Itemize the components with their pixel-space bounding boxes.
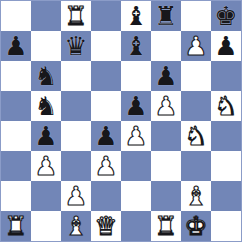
square-e3[interactable] xyxy=(121,151,151,181)
black-pawn[interactable]: ♟ xyxy=(214,33,237,59)
square-g2[interactable]: ♝ xyxy=(181,181,211,211)
white-pawn[interactable]: ♟ xyxy=(64,183,87,209)
square-f2[interactable] xyxy=(151,181,181,211)
white-bishop[interactable]: ♝ xyxy=(184,183,207,209)
white-rook[interactable]: ♜ xyxy=(154,213,177,239)
square-c2[interactable]: ♟ xyxy=(61,181,91,211)
white-bishop[interactable]: ♝ xyxy=(64,213,87,239)
black-pawn[interactable]: ♟ xyxy=(4,33,27,59)
square-e4[interactable]: ♟ xyxy=(121,121,151,151)
black-bishop[interactable]: ♝ xyxy=(124,3,147,29)
square-h1[interactable] xyxy=(211,211,241,241)
square-b6[interactable]: ♞ xyxy=(31,61,61,91)
square-g8[interactable] xyxy=(181,1,211,31)
black-pawn[interactable]: ♟ xyxy=(124,93,147,119)
square-g7[interactable]: ♟ xyxy=(181,31,211,61)
white-rook[interactable]: ♜ xyxy=(64,3,87,29)
square-g6[interactable] xyxy=(181,61,211,91)
square-c7[interactable]: ♛ xyxy=(61,31,91,61)
black-queen[interactable]: ♛ xyxy=(64,33,87,59)
square-b1[interactable] xyxy=(31,211,61,241)
square-f5[interactable]: ♟ xyxy=(151,91,181,121)
square-c8[interactable]: ♜ xyxy=(61,1,91,31)
square-d4[interactable]: ♟ xyxy=(91,121,121,151)
white-queen[interactable]: ♛ xyxy=(94,213,117,239)
white-pawn[interactable]: ♟ xyxy=(34,153,57,179)
square-e5[interactable]: ♟ xyxy=(121,91,151,121)
square-d3[interactable]: ♟ xyxy=(91,151,121,181)
square-e2[interactable] xyxy=(121,181,151,211)
square-h3[interactable] xyxy=(211,151,241,181)
black-pawn[interactable]: ♟ xyxy=(94,123,117,149)
square-c3[interactable] xyxy=(61,151,91,181)
black-pawn[interactable]: ♟ xyxy=(154,63,177,89)
square-d2[interactable] xyxy=(91,181,121,211)
square-c1[interactable]: ♝ xyxy=(61,211,91,241)
square-h8[interactable]: ♚ xyxy=(211,1,241,31)
square-d7[interactable] xyxy=(91,31,121,61)
black-rook[interactable]: ♜ xyxy=(154,3,177,29)
square-d5[interactable] xyxy=(91,91,121,121)
square-f1[interactable]: ♜ xyxy=(151,211,181,241)
square-a1[interactable]: ♜ xyxy=(1,211,31,241)
square-a3[interactable] xyxy=(1,151,31,181)
square-g4[interactable]: ♞ xyxy=(181,121,211,151)
square-d6[interactable] xyxy=(91,61,121,91)
square-a4[interactable] xyxy=(1,121,31,151)
black-pawn[interactable]: ♟ xyxy=(34,123,57,149)
square-e8[interactable]: ♝ xyxy=(121,1,151,31)
square-e1[interactable] xyxy=(121,211,151,241)
square-f4[interactable] xyxy=(151,121,181,151)
white-knight[interactable]: ♞ xyxy=(184,123,207,149)
black-knight[interactable]: ♞ xyxy=(34,93,57,119)
square-b4[interactable]: ♟ xyxy=(31,121,61,151)
square-b8[interactable] xyxy=(31,1,61,31)
square-g5[interactable] xyxy=(181,91,211,121)
square-h6[interactable] xyxy=(211,61,241,91)
square-d1[interactable]: ♛ xyxy=(91,211,121,241)
white-king[interactable]: ♚ xyxy=(184,213,207,239)
square-h5[interactable]: ♞ xyxy=(211,91,241,121)
chess-board: ♜♝♜♚♟♛♝♟♟♞♟♞♟♟♞♟♟♟♞♟♟♟♝♜♝♛♜♚ xyxy=(0,0,242,242)
square-h7[interactable]: ♟ xyxy=(211,31,241,61)
square-f6[interactable]: ♟ xyxy=(151,61,181,91)
white-pawn[interactable]: ♟ xyxy=(124,123,147,149)
square-f3[interactable] xyxy=(151,151,181,181)
square-a2[interactable] xyxy=(1,181,31,211)
square-f7[interactable] xyxy=(151,31,181,61)
square-c5[interactable] xyxy=(61,91,91,121)
square-c6[interactable] xyxy=(61,61,91,91)
square-e7[interactable]: ♝ xyxy=(121,31,151,61)
square-a7[interactable]: ♟ xyxy=(1,31,31,61)
white-pawn[interactable]: ♟ xyxy=(154,93,177,119)
square-e6[interactable] xyxy=(121,61,151,91)
square-b3[interactable]: ♟ xyxy=(31,151,61,181)
square-g3[interactable] xyxy=(181,151,211,181)
square-b2[interactable] xyxy=(31,181,61,211)
black-knight[interactable]: ♞ xyxy=(34,63,57,89)
black-king[interactable]: ♚ xyxy=(214,3,237,29)
square-f8[interactable]: ♜ xyxy=(151,1,181,31)
square-c4[interactable] xyxy=(61,121,91,151)
square-a8[interactable] xyxy=(1,1,31,31)
square-g1[interactable]: ♚ xyxy=(181,211,211,241)
square-h2[interactable] xyxy=(211,181,241,211)
square-a5[interactable] xyxy=(1,91,31,121)
square-b5[interactable]: ♞ xyxy=(31,91,61,121)
square-a6[interactable] xyxy=(1,61,31,91)
square-d8[interactable] xyxy=(91,1,121,31)
black-bishop[interactable]: ♝ xyxy=(124,33,147,59)
white-pawn[interactable]: ♟ xyxy=(94,153,117,179)
white-knight[interactable]: ♞ xyxy=(214,93,237,119)
square-h4[interactable] xyxy=(211,121,241,151)
white-pawn[interactable]: ♟ xyxy=(184,33,207,59)
white-rook[interactable]: ♜ xyxy=(4,213,27,239)
square-b7[interactable] xyxy=(31,31,61,61)
